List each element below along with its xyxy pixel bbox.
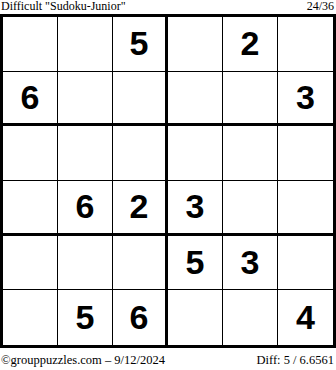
sudoku-cell-r3c2[interactable] (58, 126, 113, 181)
sudoku-cell-r1c2[interactable] (58, 17, 113, 72)
sudoku-cell-r1c4[interactable] (168, 17, 223, 72)
sudoku-cell-r3c6[interactable] (278, 126, 333, 181)
sudoku-cell-r2c2[interactable] (58, 72, 113, 127)
sudoku-cell-r5c2[interactable] (58, 236, 113, 291)
sudoku-cell-r4c2[interactable]: 6 (58, 181, 113, 236)
sudoku-cell-r6c4[interactable] (168, 290, 223, 345)
sudoku-cell-r2c6[interactable]: 3 (278, 72, 333, 127)
sudoku-cell-r5c3[interactable] (113, 236, 168, 291)
puzzle-page: Difficult "Sudoku-Junior" 24/36 52636235… (0, 0, 336, 370)
sudoku-cell-r5c6[interactable] (278, 236, 333, 291)
sudoku-cell-r2c5[interactable] (223, 72, 278, 127)
sudoku-cell-r4c5[interactable] (223, 181, 278, 236)
page-header: Difficult "Sudoku-Junior" 24/36 (0, 0, 336, 14)
sudoku-cell-r2c4[interactable] (168, 72, 223, 127)
sudoku-cell-r3c3[interactable] (113, 126, 168, 181)
sudoku-cell-r4c3[interactable]: 2 (113, 181, 168, 236)
sudoku-cell-r6c5[interactable] (223, 290, 278, 345)
footer-copyright: ©grouppuzzles.com – 9/12/2024 (0, 352, 165, 368)
sudoku-cell-r6c1[interactable] (3, 290, 58, 345)
sudoku-cell-r2c3[interactable] (113, 72, 168, 127)
sudoku-cell-r5c4[interactable]: 5 (168, 236, 223, 291)
sudoku-cell-r1c3[interactable]: 5 (113, 17, 168, 72)
page-footer: ©grouppuzzles.com – 9/12/2024 Diff: 5 / … (0, 348, 336, 370)
sudoku-cell-r3c5[interactable] (223, 126, 278, 181)
sudoku-cell-r6c6[interactable]: 4 (278, 290, 333, 345)
sudoku-cell-r6c3[interactable]: 6 (113, 290, 168, 345)
sudoku-cell-r5c5[interactable]: 3 (223, 236, 278, 291)
sudoku-cell-r1c1[interactable] (3, 17, 58, 72)
sudoku-cell-r4c4[interactable]: 3 (168, 181, 223, 236)
sudoku-cell-r1c6[interactable] (278, 17, 333, 72)
sudoku-grid: 526362353564 (0, 14, 336, 348)
sudoku-cell-r5c1[interactable] (3, 236, 58, 291)
sudoku-cell-r4c6[interactable] (278, 181, 333, 236)
sudoku-cell-r6c2[interactable]: 5 (58, 290, 113, 345)
page-title: Difficult "Sudoku-Junior" (0, 0, 126, 13)
sudoku-cell-r1c5[interactable]: 2 (223, 17, 278, 72)
progress-counter: 24/36 (307, 0, 336, 13)
sudoku-cell-r2c1[interactable]: 6 (3, 72, 58, 127)
sudoku-cell-r3c1[interactable] (3, 126, 58, 181)
footer-difficulty: Diff: 5 / 6.6561 (256, 352, 336, 368)
sudoku-cell-r3c4[interactable] (168, 126, 223, 181)
sudoku-cell-r4c1[interactable] (3, 181, 58, 236)
